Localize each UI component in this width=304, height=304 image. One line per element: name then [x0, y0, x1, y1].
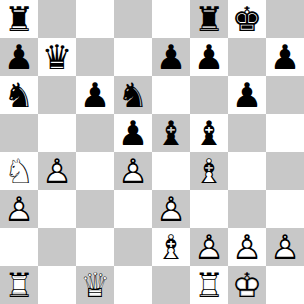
white-pawn-icon: ♟♙: [0, 190, 38, 228]
black-pawn-icon: ♟: [76, 76, 114, 114]
square-c6[interactable]: ♟: [76, 76, 114, 114]
white-knight-icon: ♞♘: [0, 152, 38, 190]
square-h1[interactable]: [266, 266, 304, 304]
square-f3[interactable]: [190, 190, 228, 228]
square-a1[interactable]: ♜♖: [0, 266, 38, 304]
black-pawn-icon: ♟: [0, 38, 38, 76]
square-e1[interactable]: [152, 266, 190, 304]
square-e7[interactable]: ♟: [152, 38, 190, 76]
square-h8[interactable]: [266, 0, 304, 38]
square-e8[interactable]: [152, 0, 190, 38]
square-g5[interactable]: [228, 114, 266, 152]
square-g8[interactable]: ♚: [228, 0, 266, 38]
white-pawn-icon: ♟♙: [266, 228, 304, 266]
white-king-icon: ♚♔: [228, 266, 266, 304]
square-g3[interactable]: [228, 190, 266, 228]
white-pawn-icon: ♟♙: [114, 152, 152, 190]
square-c4[interactable]: [76, 152, 114, 190]
square-d1[interactable]: [114, 266, 152, 304]
square-a7[interactable]: ♟: [0, 38, 38, 76]
square-b1[interactable]: [38, 266, 76, 304]
black-pawn-icon: ♟: [190, 38, 228, 76]
square-d7[interactable]: [114, 38, 152, 76]
square-c7[interactable]: [76, 38, 114, 76]
square-c1[interactable]: ♛♕: [76, 266, 114, 304]
square-e6[interactable]: [152, 76, 190, 114]
square-f5[interactable]: ♝: [190, 114, 228, 152]
square-g2[interactable]: ♟♙: [228, 228, 266, 266]
square-e2[interactable]: ♝♗: [152, 228, 190, 266]
black-queen-icon: ♛: [38, 38, 76, 76]
square-d2[interactable]: [114, 228, 152, 266]
white-pawn-icon: ♟♙: [190, 228, 228, 266]
square-b3[interactable]: [38, 190, 76, 228]
square-b5[interactable]: [38, 114, 76, 152]
white-pawn-icon: ♟♙: [38, 152, 76, 190]
square-e4[interactable]: [152, 152, 190, 190]
square-b8[interactable]: [38, 0, 76, 38]
white-rook-icon: ♜♖: [0, 266, 38, 304]
square-d4[interactable]: ♟♙: [114, 152, 152, 190]
black-knight-icon: ♞: [114, 76, 152, 114]
square-g1[interactable]: ♚♔: [228, 266, 266, 304]
chess-board: ♜♜♚♟♛♟♟♟♞♟♞♟♟♝♝♞♘♟♙♟♙♝♗♟♙♟♙♝♗♟♙♟♙♟♙♜♖♛♕♜…: [0, 0, 304, 304]
black-rook-icon: ♜: [0, 0, 38, 38]
square-d6[interactable]: ♞: [114, 76, 152, 114]
black-king-icon: ♚: [228, 0, 266, 38]
white-bishop-icon: ♝♗: [152, 228, 190, 266]
square-b7[interactable]: ♛: [38, 38, 76, 76]
square-f4[interactable]: ♝♗: [190, 152, 228, 190]
black-knight-icon: ♞: [0, 76, 38, 114]
square-b2[interactable]: [38, 228, 76, 266]
square-c8[interactable]: [76, 0, 114, 38]
square-h5[interactable]: [266, 114, 304, 152]
square-a4[interactable]: ♞♘: [0, 152, 38, 190]
black-pawn-icon: ♟: [152, 38, 190, 76]
black-pawn-icon: ♟: [114, 114, 152, 152]
square-c2[interactable]: [76, 228, 114, 266]
square-d8[interactable]: [114, 0, 152, 38]
square-a5[interactable]: [0, 114, 38, 152]
square-c3[interactable]: [76, 190, 114, 228]
square-d5[interactable]: ♟: [114, 114, 152, 152]
square-h6[interactable]: [266, 76, 304, 114]
square-f6[interactable]: [190, 76, 228, 114]
square-a8[interactable]: ♜: [0, 0, 38, 38]
black-pawn-icon: ♟: [266, 38, 304, 76]
square-b4[interactable]: ♟♙: [38, 152, 76, 190]
square-f1[interactable]: ♜♖: [190, 266, 228, 304]
square-g6[interactable]: ♟: [228, 76, 266, 114]
white-bishop-icon: ♝♗: [190, 152, 228, 190]
black-pawn-icon: ♟: [228, 76, 266, 114]
square-h7[interactable]: ♟: [266, 38, 304, 76]
black-rook-icon: ♜: [190, 0, 228, 38]
square-h3[interactable]: [266, 190, 304, 228]
square-g7[interactable]: [228, 38, 266, 76]
white-pawn-icon: ♟♙: [228, 228, 266, 266]
square-a6[interactable]: ♞: [0, 76, 38, 114]
square-e3[interactable]: ♟♙: [152, 190, 190, 228]
square-f7[interactable]: ♟: [190, 38, 228, 76]
square-c5[interactable]: [76, 114, 114, 152]
square-a2[interactable]: [0, 228, 38, 266]
square-h2[interactable]: ♟♙: [266, 228, 304, 266]
square-g4[interactable]: [228, 152, 266, 190]
square-d3[interactable]: [114, 190, 152, 228]
white-queen-icon: ♛♕: [76, 266, 114, 304]
square-e5[interactable]: ♝: [152, 114, 190, 152]
square-f2[interactable]: ♟♙: [190, 228, 228, 266]
square-h4[interactable]: [266, 152, 304, 190]
black-bishop-icon: ♝: [152, 114, 190, 152]
black-bishop-icon: ♝: [190, 114, 228, 152]
square-a3[interactable]: ♟♙: [0, 190, 38, 228]
square-b6[interactable]: [38, 76, 76, 114]
square-f8[interactable]: ♜: [190, 0, 228, 38]
white-pawn-icon: ♟♙: [152, 190, 190, 228]
white-rook-icon: ♜♖: [190, 266, 228, 304]
